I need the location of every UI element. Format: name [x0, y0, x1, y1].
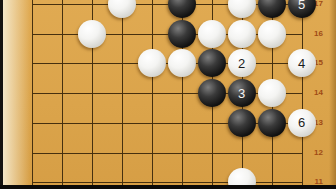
black-stone-T17[interactable]: 5 [288, 0, 316, 18]
go-board-screenshot: 1716151413121152436 [0, 0, 336, 189]
white-stone-T15[interactable]: 4 [288, 49, 316, 77]
white-stone-P15[interactable] [168, 49, 196, 77]
white-stone-O15[interactable] [138, 49, 166, 77]
black-stone-S17[interactable] [258, 0, 286, 18]
row-coordinate-label-14: 14 [314, 89, 323, 97]
move-number-label: 5 [298, 0, 305, 11]
row-coordinate-label-16: 16 [314, 30, 323, 38]
move-number-label: 3 [238, 87, 245, 100]
letterbox-left-strip [0, 0, 3, 189]
grid-line-row-15 [32, 63, 302, 64]
white-stone-S14[interactable] [258, 79, 286, 107]
letterbox-bottom-bar [0, 185, 336, 189]
move-number-label: 2 [238, 57, 245, 70]
grid-line-vertical-T [302, 0, 303, 185]
move-number-label: 6 [298, 116, 305, 129]
black-stone-P16[interactable] [168, 20, 196, 48]
move-number-label: 4 [298, 57, 305, 70]
black-stone-Q15[interactable] [198, 49, 226, 77]
grid-line-row-11 [32, 182, 302, 183]
black-stone-Q14[interactable] [198, 79, 226, 107]
white-stone-R16[interactable] [228, 20, 256, 48]
white-stone-Q16[interactable] [198, 20, 226, 48]
white-stone-R15[interactable]: 2 [228, 49, 256, 77]
white-stone-M16[interactable] [78, 20, 106, 48]
black-stone-R13[interactable] [228, 109, 256, 137]
black-stone-P17[interactable] [168, 0, 196, 18]
board-left-light-edge [3, 0, 30, 189]
white-stone-R17[interactable] [228, 0, 256, 18]
board-right-shadow-edge [329, 0, 336, 189]
white-stone-N17[interactable] [108, 0, 136, 18]
row-coordinate-label-12: 12 [314, 149, 323, 157]
white-stone-S16[interactable] [258, 20, 286, 48]
white-stone-T13[interactable]: 6 [288, 109, 316, 137]
black-stone-R14[interactable]: 3 [228, 79, 256, 107]
black-stone-S13[interactable] [258, 109, 286, 137]
grid-line-row-12 [32, 153, 302, 154]
